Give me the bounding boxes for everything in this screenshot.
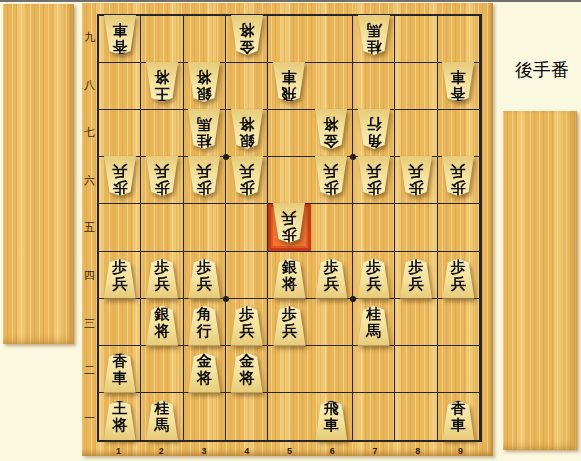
piece-face: 角行 <box>187 306 221 346</box>
piece-sente-lance[interactable]: 香車 <box>441 66 475 106</box>
sq-62[interactable] <box>311 346 353 393</box>
sq-87[interactable] <box>395 110 437 157</box>
sq-47[interactable]: 銀将 <box>226 110 268 157</box>
piece-face: 王将 <box>145 62 179 102</box>
piece-face: 香車 <box>441 62 475 102</box>
piece-face: 歩兵 <box>230 306 264 346</box>
sq-85[interactable] <box>395 204 437 251</box>
piece-sente-lance[interactable]: 香車 <box>103 19 137 59</box>
sq-29[interactable] <box>141 16 183 63</box>
piece-face: 金将 <box>230 353 264 393</box>
sq-93[interactable] <box>438 299 480 346</box>
sq-73[interactable]: 桂馬 <box>353 299 395 346</box>
sq-55[interactable]: 歩兵 <box>268 204 310 251</box>
sq-27[interactable] <box>141 110 183 157</box>
sq-72[interactable] <box>353 346 395 393</box>
piece-sente-pawn[interactable]: 歩兵 <box>357 160 391 200</box>
rank-label-6: 六 <box>82 157 97 205</box>
sq-44[interactable] <box>226 252 268 299</box>
piece-gote-knight[interactable]: 桂馬 <box>357 302 391 342</box>
sq-32[interactable]: 金将 <box>184 346 226 393</box>
file-label-3: 3 <box>183 444 226 458</box>
sq-53[interactable]: 歩兵 <box>268 299 310 346</box>
piece-face: 歩兵 <box>357 156 391 196</box>
piece-gote-bishop[interactable]: 角行 <box>187 302 221 342</box>
piece-face: 金将 <box>187 353 221 393</box>
sq-42[interactable]: 金将 <box>226 346 268 393</box>
piece-sente-gold-general[interactable]: 金将 <box>314 113 348 153</box>
piece-gote-lance[interactable]: 香車 <box>103 349 137 389</box>
sq-94[interactable]: 歩兵 <box>438 252 480 299</box>
piece-gote-silver-general[interactable]: 銀将 <box>272 255 306 295</box>
file-label-9: 9 <box>439 444 482 458</box>
piece-face: 角行 <box>357 109 391 149</box>
sq-98[interactable]: 香車 <box>438 63 480 110</box>
sq-36[interactable]: 歩兵 <box>184 157 226 204</box>
sq-81[interactable] <box>395 393 437 440</box>
piece-gote-knight[interactable]: 桂馬 <box>145 396 179 436</box>
piece-sente-pawn[interactable]: 歩兵 <box>272 207 306 247</box>
file-labels: 123456789 <box>97 444 482 458</box>
sq-37[interactable]: 桂馬 <box>184 110 226 157</box>
sq-95[interactable] <box>438 204 480 251</box>
sq-54[interactable]: 銀将 <box>268 252 310 299</box>
sq-19[interactable]: 香車 <box>99 16 141 63</box>
piece-gote-pawn[interactable]: 歩兵 <box>230 302 264 342</box>
piece-sente-king[interactable]: 王将 <box>145 66 179 106</box>
piece-gote-pawn[interactable]: 歩兵 <box>357 255 391 295</box>
sq-86[interactable]: 歩兵 <box>395 157 437 204</box>
piece-face: 歩兵 <box>399 156 433 196</box>
rank-label-9: 九 <box>82 14 97 62</box>
piece-sente-pawn[interactable]: 歩兵 <box>314 160 348 200</box>
rank-label-8: 八 <box>82 62 97 110</box>
sq-92[interactable] <box>438 346 480 393</box>
piece-sente-gold-general[interactable]: 金将 <box>230 19 264 59</box>
piece-gote-gold-general[interactable]: 金将 <box>230 349 264 389</box>
sq-24[interactable]: 歩兵 <box>141 252 183 299</box>
sq-48[interactable] <box>226 63 268 110</box>
sq-51[interactable] <box>268 393 310 440</box>
sq-91[interactable]: 香車 <box>438 393 480 440</box>
sq-35[interactable] <box>184 204 226 251</box>
sq-96[interactable]: 歩兵 <box>438 157 480 204</box>
sq-65[interactable] <box>311 204 353 251</box>
piece-face: 銀将 <box>145 306 179 346</box>
file-label-6: 6 <box>311 444 354 458</box>
window-top-border <box>0 0 581 2</box>
sq-56[interactable] <box>268 157 310 204</box>
sq-82[interactable] <box>395 346 437 393</box>
piece-face: 飛車 <box>272 62 306 102</box>
sq-52[interactable] <box>268 346 310 393</box>
shogi-board: 九八七六五四三二一 香車金将桂馬王将銀将飛車香車桂馬銀将金将角行歩兵歩兵歩兵歩兵… <box>82 3 493 456</box>
piece-face: 香車 <box>441 400 475 440</box>
file-label-8: 8 <box>396 444 439 458</box>
piece-face: 桂馬 <box>357 15 391 55</box>
sq-45[interactable] <box>226 204 268 251</box>
piece-face: 銀将 <box>272 259 306 299</box>
piece-gote-pawn[interactable]: 歩兵 <box>441 255 475 295</box>
sq-83[interactable] <box>395 299 437 346</box>
piece-face: 銀将 <box>187 62 221 102</box>
sq-84[interactable]: 歩兵 <box>395 252 437 299</box>
piece-face: 歩兵 <box>357 259 391 299</box>
sq-89[interactable] <box>395 16 437 63</box>
file-label-7: 7 <box>354 444 397 458</box>
sq-43[interactable]: 歩兵 <box>226 299 268 346</box>
sq-76[interactable]: 歩兵 <box>353 157 395 204</box>
piece-face: 歩兵 <box>103 259 137 299</box>
sq-28[interactable]: 王将 <box>141 63 183 110</box>
piece-sente-knight[interactable]: 桂馬 <box>357 19 391 59</box>
piece-face: 桂馬 <box>145 400 179 440</box>
sq-12[interactable]: 香車 <box>99 346 141 393</box>
piece-gote-lance[interactable]: 香車 <box>441 396 475 436</box>
shogi-app-window: { "game": "shogi", "status": { "turn_lab… <box>0 0 581 461</box>
piece-sente-pawn[interactable]: 歩兵 <box>145 160 179 200</box>
rank-label-3: 三 <box>82 299 97 347</box>
piece-gote-silver-general[interactable]: 銀将 <box>145 302 179 342</box>
piece-sente-knight[interactable]: 桂馬 <box>187 113 221 153</box>
piece-gote-pawn[interactable]: 歩兵 <box>145 255 179 295</box>
rank-label-7: 七 <box>82 109 97 157</box>
sq-78[interactable] <box>353 63 395 110</box>
piece-gote-king[interactable]: 王将 <box>103 396 137 436</box>
turn-indicator: 後手番 <box>505 58 579 82</box>
sq-18[interactable] <box>99 63 141 110</box>
sq-61[interactable]: 飛車 <box>311 393 353 440</box>
piece-sente-silver-general[interactable]: 銀将 <box>187 66 221 106</box>
sq-41[interactable] <box>226 393 268 440</box>
rank-labels: 九八七六五四三二一 <box>82 14 97 442</box>
file-label-5: 5 <box>268 444 311 458</box>
sq-97[interactable] <box>438 110 480 157</box>
piece-sente-silver-general[interactable]: 銀将 <box>230 113 264 153</box>
sq-64[interactable]: 歩兵 <box>311 252 353 299</box>
piece-sente-rook[interactable]: 飛車 <box>272 66 306 106</box>
piece-face: 歩兵 <box>145 259 179 299</box>
sq-67[interactable]: 金将 <box>311 110 353 157</box>
board-grid: 香車金将桂馬王将銀将飛車香車桂馬銀将金将角行歩兵歩兵歩兵歩兵歩兵歩兵歩兵歩兵歩兵… <box>97 14 482 442</box>
sq-58[interactable]: 飛車 <box>268 63 310 110</box>
piece-sente-pawn[interactable]: 歩兵 <box>399 160 433 200</box>
piece-face: 歩兵 <box>187 156 221 196</box>
sq-16[interactable]: 歩兵 <box>99 157 141 204</box>
piece-gote-pawn[interactable]: 歩兵 <box>399 255 433 295</box>
sq-22[interactable] <box>141 346 183 393</box>
sq-71[interactable] <box>353 393 395 440</box>
sq-79[interactable]: 桂馬 <box>353 16 395 63</box>
sq-38[interactable]: 銀将 <box>184 63 226 110</box>
sq-46[interactable]: 歩兵 <box>226 157 268 204</box>
sq-69[interactable] <box>311 16 353 63</box>
piece-face: 金将 <box>314 109 348 149</box>
piece-face: 歩兵 <box>103 156 137 196</box>
piece-sente-pawn[interactable]: 歩兵 <box>441 160 475 200</box>
piece-sente-pawn[interactable]: 歩兵 <box>230 160 264 200</box>
file-label-1: 1 <box>97 444 140 458</box>
sq-15[interactable] <box>99 204 141 251</box>
piece-gote-gold-general[interactable]: 金将 <box>187 349 221 389</box>
sq-75[interactable] <box>353 204 395 251</box>
piece-face: 歩兵 <box>230 156 264 196</box>
sq-63[interactable] <box>311 299 353 346</box>
sq-14[interactable]: 歩兵 <box>99 252 141 299</box>
sq-66[interactable]: 歩兵 <box>311 157 353 204</box>
piece-face: 飛車 <box>314 400 348 440</box>
piece-face: 歩兵 <box>399 259 433 299</box>
piece-gote-rook[interactable]: 飛車 <box>314 396 348 436</box>
piece-gote-pawn[interactable]: 歩兵 <box>272 302 306 342</box>
piece-face: 歩兵 <box>441 156 475 196</box>
piece-face: 香車 <box>103 353 137 393</box>
sq-49[interactable]: 金将 <box>226 16 268 63</box>
sq-33[interactable]: 角行 <box>184 299 226 346</box>
sente-piece-stand[interactable] <box>3 4 74 344</box>
piece-face: 桂馬 <box>187 109 221 149</box>
piece-sente-pawn[interactable]: 歩兵 <box>103 160 137 200</box>
piece-gote-pawn[interactable]: 歩兵 <box>103 255 137 295</box>
sq-88[interactable] <box>395 63 437 110</box>
sq-13[interactable] <box>99 299 141 346</box>
sq-74[interactable]: 歩兵 <box>353 252 395 299</box>
file-label-4: 4 <box>225 444 268 458</box>
piece-sente-bishop[interactable]: 角行 <box>357 113 391 153</box>
sq-34[interactable]: 歩兵 <box>184 252 226 299</box>
piece-face: 歩兵 <box>145 156 179 196</box>
piece-face: 歩兵 <box>314 156 348 196</box>
sq-31[interactable] <box>184 393 226 440</box>
rank-label-4: 四 <box>82 252 97 300</box>
piece-face: 銀将 <box>230 109 264 149</box>
piece-gote-pawn[interactable]: 歩兵 <box>314 255 348 295</box>
sq-23[interactable]: 銀将 <box>141 299 183 346</box>
piece-face: 歩兵 <box>272 203 306 243</box>
sq-77[interactable]: 角行 <box>353 110 395 157</box>
piece-face: 歩兵 <box>187 259 221 299</box>
sq-99[interactable] <box>438 16 480 63</box>
rank-label-5: 五 <box>82 204 97 252</box>
rank-label-2: 二 <box>82 347 97 395</box>
sq-57[interactable] <box>268 110 310 157</box>
sq-11[interactable]: 王将 <box>99 393 141 440</box>
sq-26[interactable]: 歩兵 <box>141 157 183 204</box>
piece-face: 金将 <box>230 15 264 55</box>
sq-39[interactable] <box>184 16 226 63</box>
file-label-2: 2 <box>140 444 183 458</box>
piece-gote-pawn[interactable]: 歩兵 <box>187 255 221 295</box>
piece-face: 歩兵 <box>314 259 348 299</box>
sq-25[interactable] <box>141 204 183 251</box>
piece-face: 香車 <box>103 15 137 55</box>
rank-label-1: 一 <box>82 394 97 442</box>
gote-piece-stand[interactable] <box>503 111 577 450</box>
sq-68[interactable] <box>311 63 353 110</box>
sq-21[interactable]: 桂馬 <box>141 393 183 440</box>
piece-face: 歩兵 <box>441 259 475 299</box>
sq-17[interactable] <box>99 110 141 157</box>
piece-sente-pawn[interactable]: 歩兵 <box>187 160 221 200</box>
piece-face: 王将 <box>103 400 137 440</box>
piece-face: 歩兵 <box>272 306 306 346</box>
piece-face: 桂馬 <box>357 306 391 346</box>
sq-59[interactable] <box>268 16 310 63</box>
